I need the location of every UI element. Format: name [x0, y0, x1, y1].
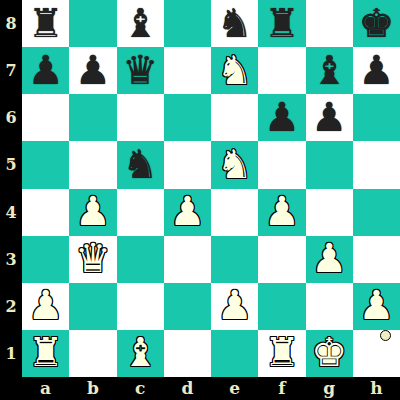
white-bishop: ♝ [122, 332, 158, 372]
square-b7[interactable]: ♟ [69, 47, 116, 94]
white-knight: ♞ [217, 144, 253, 184]
square-c2[interactable] [117, 283, 164, 330]
rank-label-4: 4 [0, 189, 22, 236]
square-g8[interactable] [306, 0, 353, 47]
square-g5[interactable] [306, 141, 353, 188]
black-pawn: ♟ [264, 97, 300, 137]
white-pawn: ♟ [75, 191, 111, 231]
black-bishop: ♝ [122, 3, 158, 43]
square-h4[interactable] [353, 189, 400, 236]
white-king: ♚ [311, 332, 347, 372]
black-pawn: ♟ [358, 50, 394, 90]
square-c8[interactable]: ♝ [117, 0, 164, 47]
rank-label-6: 6 [0, 94, 22, 141]
chess-diagram: 87654321 ♜♝♞♜♚♟♟♛♞♝♟♟♟♞♞♟♟♟♛♟♟♟♟♜♝♜♚ abc… [0, 0, 400, 400]
white-pawn: ♟ [28, 285, 64, 325]
square-c5[interactable]: ♞ [117, 141, 164, 188]
black-pawn: ♟ [28, 50, 64, 90]
square-h3[interactable] [353, 236, 400, 283]
square-h5[interactable] [353, 141, 400, 188]
square-h8[interactable]: ♚ [353, 0, 400, 47]
file-label-d: d [164, 377, 211, 400]
square-c1[interactable]: ♝ [117, 330, 164, 377]
white-rook: ♜ [264, 332, 300, 372]
square-b8[interactable] [69, 0, 116, 47]
square-f7[interactable] [258, 47, 305, 94]
white-pawn: ♟ [264, 191, 300, 231]
rank-label-8: 8 [0, 0, 22, 47]
white-pawn: ♟ [311, 238, 347, 278]
square-g4[interactable] [306, 189, 353, 236]
white-pawn: ♟ [169, 191, 205, 231]
black-rook: ♜ [264, 3, 300, 43]
white-queen: ♛ [75, 238, 111, 278]
square-d2[interactable] [164, 283, 211, 330]
square-b2[interactable] [69, 283, 116, 330]
square-f4[interactable]: ♟ [258, 189, 305, 236]
square-d5[interactable] [164, 141, 211, 188]
square-d3[interactable] [164, 236, 211, 283]
square-d1[interactable] [164, 330, 211, 377]
black-queen: ♛ [122, 50, 158, 90]
square-c7[interactable]: ♛ [117, 47, 164, 94]
square-h6[interactable] [353, 94, 400, 141]
square-g2[interactable] [306, 283, 353, 330]
square-b5[interactable] [69, 141, 116, 188]
square-e4[interactable] [211, 189, 258, 236]
file-label-f: f [258, 377, 305, 400]
square-f8[interactable]: ♜ [258, 0, 305, 47]
square-g1[interactable]: ♚ [306, 330, 353, 377]
square-a5[interactable] [22, 141, 69, 188]
square-b4[interactable]: ♟ [69, 189, 116, 236]
black-pawn: ♟ [75, 50, 111, 90]
square-b1[interactable] [69, 330, 116, 377]
square-c4[interactable] [117, 189, 164, 236]
white-rook: ♜ [28, 332, 64, 372]
square-h7[interactable]: ♟ [353, 47, 400, 94]
square-e6[interactable] [211, 94, 258, 141]
file-label-b: b [69, 377, 116, 400]
file-label-c: c [117, 377, 164, 400]
square-f3[interactable] [258, 236, 305, 283]
file-label-h: h [353, 377, 400, 400]
square-e8[interactable]: ♞ [211, 0, 258, 47]
square-d4[interactable]: ♟ [164, 189, 211, 236]
rank-labels: 87654321 [0, 0, 22, 377]
square-f2[interactable] [258, 283, 305, 330]
file-label-e: e [211, 377, 258, 400]
square-f1[interactable]: ♜ [258, 330, 305, 377]
square-h2[interactable]: ♟ [353, 283, 400, 330]
rank-label-2: 2 [0, 283, 22, 330]
square-c3[interactable] [117, 236, 164, 283]
square-a7[interactable]: ♟ [22, 47, 69, 94]
file-label-a: a [22, 377, 69, 400]
square-g3[interactable]: ♟ [306, 236, 353, 283]
square-a1[interactable]: ♜ [22, 330, 69, 377]
white-pawn: ♟ [217, 285, 253, 325]
square-a2[interactable]: ♟ [22, 283, 69, 330]
white-pawn: ♟ [358, 285, 394, 325]
white-to-move-indicator [380, 330, 391, 341]
square-d8[interactable] [164, 0, 211, 47]
file-labels: abcdefgh [22, 377, 400, 400]
white-knight: ♞ [217, 50, 253, 90]
black-king: ♚ [358, 3, 394, 43]
rank-label-7: 7 [0, 47, 22, 94]
square-d6[interactable] [164, 94, 211, 141]
file-label-g: g [306, 377, 353, 400]
square-g7[interactable]: ♝ [306, 47, 353, 94]
square-a6[interactable] [22, 94, 69, 141]
square-a4[interactable] [22, 189, 69, 236]
rank-label-5: 5 [0, 141, 22, 188]
square-b3[interactable]: ♛ [69, 236, 116, 283]
black-pawn: ♟ [311, 97, 347, 137]
square-f6[interactable]: ♟ [258, 94, 305, 141]
square-e2[interactable]: ♟ [211, 283, 258, 330]
square-a3[interactable] [22, 236, 69, 283]
square-a8[interactable]: ♜ [22, 0, 69, 47]
square-h1[interactable] [353, 330, 400, 377]
square-e5[interactable]: ♞ [211, 141, 258, 188]
square-c6[interactable] [117, 94, 164, 141]
square-e3[interactable] [211, 236, 258, 283]
rank-label-3: 3 [0, 236, 22, 283]
square-b6[interactable] [69, 94, 116, 141]
black-bishop: ♝ [311, 50, 347, 90]
square-e7[interactable]: ♞ [211, 47, 258, 94]
black-rook: ♜ [28, 3, 64, 43]
square-f5[interactable] [258, 141, 305, 188]
square-g6[interactable]: ♟ [306, 94, 353, 141]
square-e1[interactable] [211, 330, 258, 377]
black-knight: ♞ [217, 3, 253, 43]
chess-board: ♜♝♞♜♚♟♟♛♞♝♟♟♟♞♞♟♟♟♛♟♟♟♟♜♝♜♚ [22, 0, 400, 377]
square-d7[interactable] [164, 47, 211, 94]
black-knight: ♞ [122, 144, 158, 184]
rank-label-1: 1 [0, 330, 22, 377]
